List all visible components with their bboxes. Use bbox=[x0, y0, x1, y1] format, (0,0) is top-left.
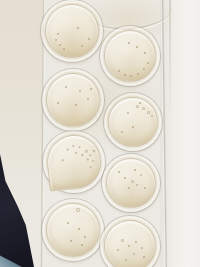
speckle-dot bbox=[65, 86, 67, 88]
speckle-dot bbox=[59, 44, 61, 46]
tablet bbox=[104, 30, 156, 82]
tablet-shading bbox=[46, 5, 98, 57]
tablet bbox=[106, 158, 156, 208]
speckle-dot bbox=[147, 62, 149, 64]
speckle-dot bbox=[117, 249, 119, 251]
blister-pocket bbox=[100, 26, 160, 86]
speckle-dot bbox=[118, 171, 120, 173]
speckle-dot bbox=[78, 228, 80, 230]
speckle-dot bbox=[124, 74, 126, 76]
pack-fold-line bbox=[169, 0, 171, 120]
tablet-shading bbox=[47, 74, 99, 126]
speckle-dot bbox=[77, 27, 79, 29]
tablet bbox=[46, 203, 100, 257]
speckle-dot bbox=[143, 68, 145, 70]
blister-pocket bbox=[102, 154, 160, 212]
speckle-dot bbox=[121, 131, 123, 133]
speckle-dot bbox=[141, 247, 143, 249]
tablet bbox=[104, 220, 156, 267]
bubble-ring bbox=[131, 180, 134, 183]
speckle-dot bbox=[128, 42, 130, 44]
speckle-dot bbox=[124, 177, 126, 179]
speckle-dot bbox=[143, 256, 145, 258]
speckle-dot bbox=[87, 98, 89, 100]
speckle-dot bbox=[144, 52, 146, 54]
speckle-dot bbox=[128, 245, 130, 247]
speckle-dot bbox=[93, 150, 95, 152]
speckle-dot bbox=[139, 102, 141, 104]
tablet bbox=[45, 4, 99, 58]
bubble-ring bbox=[84, 149, 87, 152]
speckle-dot bbox=[144, 187, 146, 189]
blister-pocket bbox=[42, 199, 104, 261]
blister-pocket bbox=[41, 0, 103, 62]
speckle-dot bbox=[132, 126, 134, 128]
tablet-shading bbox=[105, 31, 155, 81]
blister-pocket bbox=[100, 216, 160, 267]
blister-pocket bbox=[42, 69, 104, 131]
tablet bbox=[44, 132, 103, 191]
tablet-shading bbox=[105, 221, 155, 267]
speckle-dot bbox=[136, 46, 138, 48]
speckle-dot bbox=[137, 73, 139, 75]
photo-canvas bbox=[0, 0, 200, 267]
speckle-dot bbox=[118, 70, 120, 72]
speckle-dot bbox=[127, 112, 129, 114]
tablet-shading bbox=[109, 98, 157, 146]
speckle-dot bbox=[130, 75, 132, 77]
speckle-dot bbox=[70, 240, 72, 242]
blister-pocket bbox=[104, 93, 162, 151]
speckle-dot bbox=[135, 241, 137, 243]
bubble-ring bbox=[121, 239, 124, 242]
speckle-dot bbox=[125, 259, 127, 261]
speckle-dot bbox=[134, 169, 136, 171]
tablet-shading bbox=[107, 159, 155, 207]
speckle-dot bbox=[57, 33, 59, 35]
bubble-ring bbox=[76, 208, 80, 212]
tablet-shading bbox=[47, 204, 99, 256]
speckle-dot bbox=[81, 45, 83, 47]
bubble-ring bbox=[147, 111, 150, 114]
speckle-dot bbox=[55, 39, 57, 41]
tablet bbox=[108, 97, 158, 147]
blister-pocket bbox=[43, 131, 105, 193]
tablet-shading bbox=[45, 133, 102, 190]
speckle-dot bbox=[128, 187, 130, 189]
speckle-dot bbox=[75, 104, 77, 106]
tablet bbox=[46, 73, 100, 127]
speckle-dot bbox=[84, 236, 86, 238]
speckle-dot bbox=[67, 222, 69, 224]
bubble-ring bbox=[142, 107, 145, 110]
speckle-dot bbox=[81, 244, 83, 246]
speckle-dot bbox=[88, 38, 90, 40]
speckle-dot bbox=[79, 90, 81, 92]
bubble-ring bbox=[136, 105, 139, 108]
speckle-dot bbox=[63, 48, 65, 50]
speckle-dot bbox=[57, 102, 59, 104]
